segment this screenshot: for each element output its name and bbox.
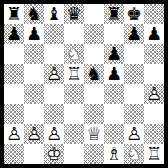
square-d2[interactable] <box>64 124 84 144</box>
square-d5[interactable]: ♜♖ <box>64 64 84 84</box>
black-pawn-icon: ♟ <box>104 44 124 64</box>
square-c4[interactable] <box>44 84 64 104</box>
square-e5[interactable]: ♞ <box>84 64 104 84</box>
square-e3[interactable] <box>84 104 104 124</box>
white-king-icon: ♚♔ <box>44 144 64 164</box>
square-e1[interactable] <box>84 144 104 164</box>
white-bishop-icon: ♝♗ <box>104 144 124 164</box>
square-f8[interactable]: ♜ <box>104 4 124 24</box>
square-h5[interactable] <box>144 64 164 84</box>
white-pawn-icon: ♟♙ <box>24 124 44 144</box>
black-pawn-icon: ♟ <box>24 24 44 44</box>
square-d4[interactable] <box>64 84 84 104</box>
square-c6[interactable] <box>44 44 64 64</box>
square-g5[interactable] <box>124 64 144 84</box>
square-c5[interactable]: ♟♙ <box>44 64 64 84</box>
white-pawn-icon: ♟♙ <box>4 124 24 144</box>
black-rook-icon: ♜ <box>4 4 24 24</box>
square-b5[interactable] <box>24 64 44 84</box>
square-h4[interactable]: ♟♙ <box>144 84 164 104</box>
chess-diagram-frame: ♜♞♝♛♜♚♟♟♟♟♞♘♟♟♙♜♖♞♟♟♙♟♙♟♙♟♙♛♕♟♙♚♔♝♗♞♘♜♖ <box>0 0 168 168</box>
white-knight-icon: ♞♘ <box>124 144 144 164</box>
square-f3[interactable] <box>104 104 124 124</box>
square-a1[interactable] <box>4 144 24 164</box>
square-a2[interactable]: ♟♙ <box>4 124 24 144</box>
black-knight-icon: ♞ <box>24 4 44 24</box>
square-d8[interactable]: ♛ <box>64 4 84 24</box>
white-queen-icon: ♛♕ <box>84 124 104 144</box>
square-h7[interactable]: ♟ <box>144 24 164 44</box>
black-knight-icon: ♞ <box>84 64 104 84</box>
square-a6[interactable] <box>4 44 24 64</box>
square-b4[interactable] <box>24 84 44 104</box>
square-f5[interactable]: ♟ <box>104 64 124 84</box>
square-e7[interactable] <box>84 24 104 44</box>
square-f1[interactable]: ♝♗ <box>104 144 124 164</box>
square-a4[interactable] <box>4 84 24 104</box>
black-king-icon: ♚ <box>124 4 144 24</box>
square-a3[interactable] <box>4 104 24 124</box>
white-knight-icon: ♞♘ <box>64 44 84 64</box>
square-d1[interactable] <box>64 144 84 164</box>
square-c1[interactable]: ♚♔ <box>44 144 64 164</box>
square-d7[interactable] <box>64 24 84 44</box>
black-pawn-icon: ♟ <box>144 24 164 44</box>
square-c3[interactable] <box>44 104 64 124</box>
square-b2[interactable]: ♟♙ <box>24 124 44 144</box>
white-rook-icon: ♜♖ <box>64 64 84 84</box>
black-pawn-icon: ♟ <box>4 24 24 44</box>
square-g8[interactable]: ♚ <box>124 4 144 24</box>
white-rook-icon: ♜♖ <box>144 144 164 164</box>
white-pawn-icon: ♟♙ <box>144 84 164 104</box>
square-f6[interactable]: ♟ <box>104 44 124 64</box>
square-a8[interactable]: ♜ <box>4 4 24 24</box>
square-b3[interactable] <box>24 104 44 124</box>
square-h6[interactable] <box>144 44 164 64</box>
black-bishop-icon: ♝ <box>44 4 64 24</box>
square-b8[interactable]: ♞ <box>24 4 44 24</box>
square-c7[interactable] <box>44 24 64 44</box>
square-b7[interactable]: ♟ <box>24 24 44 44</box>
square-g3[interactable] <box>124 104 144 124</box>
black-queen-icon: ♛ <box>64 4 84 24</box>
chess-board: ♜♞♝♛♜♚♟♟♟♟♞♘♟♟♙♜♖♞♟♟♙♟♙♟♙♟♙♛♕♟♙♚♔♝♗♞♘♜♖ <box>4 4 164 164</box>
square-c2[interactable]: ♟♙ <box>44 124 64 144</box>
square-g4[interactable] <box>124 84 144 104</box>
square-a5[interactable] <box>4 64 24 84</box>
square-b1[interactable] <box>24 144 44 164</box>
square-e4[interactable] <box>84 84 104 104</box>
square-f7[interactable] <box>104 24 124 44</box>
square-a7[interactable]: ♟ <box>4 24 24 44</box>
black-rook-icon: ♜ <box>104 4 124 24</box>
square-g6[interactable] <box>124 44 144 64</box>
square-g1[interactable]: ♞♘ <box>124 144 144 164</box>
square-h8[interactable] <box>144 4 164 24</box>
white-pawn-icon: ♟♙ <box>124 124 144 144</box>
square-c8[interactable]: ♝ <box>44 4 64 24</box>
square-d3[interactable] <box>64 104 84 124</box>
square-h3[interactable] <box>144 104 164 124</box>
square-h2[interactable] <box>144 124 164 144</box>
square-b6[interactable] <box>24 44 44 64</box>
square-e2[interactable]: ♛♕ <box>84 124 104 144</box>
white-pawn-icon: ♟♙ <box>44 64 64 84</box>
black-pawn-icon: ♟ <box>124 24 144 44</box>
black-pawn-icon: ♟ <box>104 64 124 84</box>
square-f2[interactable] <box>104 124 124 144</box>
square-g2[interactable]: ♟♙ <box>124 124 144 144</box>
square-d6[interactable]: ♞♘ <box>64 44 84 64</box>
square-e6[interactable] <box>84 44 104 64</box>
square-e8[interactable] <box>84 4 104 24</box>
square-g7[interactable]: ♟ <box>124 24 144 44</box>
square-f4[interactable] <box>104 84 124 104</box>
white-pawn-icon: ♟♙ <box>44 124 64 144</box>
square-h1[interactable]: ♜♖ <box>144 144 164 164</box>
